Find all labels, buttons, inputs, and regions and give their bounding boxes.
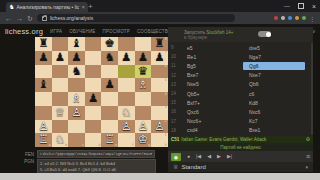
rank-coordinate: 5 xyxy=(165,79,167,83)
move-row: 18cxd4Bxe1 xyxy=(168,126,309,135)
square-a2[interactable]: ♙ xyxy=(35,120,52,134)
square-f7[interactable]: ♟ xyxy=(118,51,135,65)
browser-tab-strip: ♞ Анализировать партию • lichess × + — × xyxy=(0,0,320,12)
first-move-button[interactable]: |◀ xyxy=(196,154,201,159)
engine-label: Запустить Stockfish 14+ xyxy=(184,30,234,35)
piece-black-pawn: ♟ xyxy=(121,51,131,65)
page-bottom-strip xyxy=(0,173,320,180)
square-c5[interactable] xyxy=(68,78,85,92)
piece-black-bishop: ♝ xyxy=(71,37,81,51)
browser-toolbar: ← → ↻ lichess.org/analysis ⋮ xyxy=(0,12,320,24)
square-g8[interactable] xyxy=(135,37,152,51)
piece-white-pawn: ♙ xyxy=(121,120,131,134)
opening-name: Italian Game: Evans Gambit, Waller Attac… xyxy=(181,137,303,142)
square-f3[interactable]: ♘ xyxy=(118,106,135,120)
square-d8[interactable] xyxy=(85,37,102,51)
piece-white-queen: ♕ xyxy=(55,106,65,120)
square-g2[interactable]: ♙ xyxy=(135,120,152,134)
extension-icon[interactable] xyxy=(274,16,278,20)
pgn-label: PGN xyxy=(24,159,34,164)
piece-black-bishop: ♝ xyxy=(38,78,48,92)
rank-coordinate: 3 xyxy=(165,106,167,110)
move-number: 13 xyxy=(168,82,181,87)
square-d7[interactable] xyxy=(85,51,102,65)
nav-item-learn[interactable]: ОБУЧЕНИЕ xyxy=(69,29,95,34)
move-15-white[interactable]: Bxf7+ xyxy=(181,99,243,107)
prev-move-button[interactable]: ◀ xyxy=(207,154,211,159)
move-row: 12Bxe7Nxe7 xyxy=(168,71,309,80)
square-f8[interactable] xyxy=(118,37,135,51)
square-f1[interactable]: f xyxy=(118,133,135,147)
move-18-white[interactable]: cxd4 xyxy=(181,126,243,134)
square-f4[interactable] xyxy=(118,92,135,106)
square-h1[interactable]: 1h xyxy=(151,133,168,147)
back-button[interactable]: ← xyxy=(5,15,12,22)
tab-title: Анализировать партию • lichess xyxy=(16,4,79,10)
move-9-black[interactable]: dxe5 xyxy=(243,44,305,52)
move-number: 11 xyxy=(168,63,181,68)
variant-crown-icon: ♕ xyxy=(173,164,178,170)
fen-row: FEN xyxy=(24,150,155,158)
square-h5[interactable]: 5 xyxy=(151,78,168,92)
reload-button[interactable]: ↻ xyxy=(27,15,33,22)
profile-avatar[interactable] xyxy=(302,16,306,20)
square-b2[interactable] xyxy=(52,120,69,134)
move-17-white[interactable]: Nxc6+ xyxy=(181,117,243,125)
browser-menu-icon[interactable]: ⋮ xyxy=(309,15,315,22)
square-h4[interactable]: 4 xyxy=(151,92,168,106)
move-number: 15 xyxy=(168,100,181,105)
new-tab-button[interactable]: + xyxy=(88,2,93,12)
move-15-black[interactable]: Kd8 xyxy=(243,99,305,107)
piece-black-pawn: ♟ xyxy=(55,51,65,65)
move-number: 16 xyxy=(168,109,181,114)
move-number: 10 xyxy=(168,54,181,59)
move-number: 18 xyxy=(168,128,181,133)
variant-select[interactable]: ♕ Standard ▾ xyxy=(168,162,313,172)
square-a5[interactable]: ♝ xyxy=(35,78,52,92)
piece-black-knight: ♞ xyxy=(105,51,115,65)
engine-sublabel: в браузере xyxy=(184,35,234,40)
piece-white-pawn: ♙ xyxy=(38,120,48,134)
piece-white-pawn: ♙ xyxy=(71,106,81,120)
analysis-panel: Запустить Stockfish 14+ в браузере 9e5dx… xyxy=(168,27,313,172)
piece-white-knight: ♘ xyxy=(55,133,65,147)
move-13-black[interactable]: Qb6 xyxy=(243,80,305,88)
move-10-black[interactable]: Nge7 xyxy=(243,53,305,61)
move-row: 14Qb5+c6 xyxy=(168,89,309,98)
pgn-line: 5. c3 Ba5 6. d4 exd4 7. Qb3 Qf6 8. O-O d… xyxy=(40,167,153,173)
nav-item-watch[interactable]: ПРОСМОТР xyxy=(103,29,130,34)
square-e1[interactable]: ♖e xyxy=(101,133,118,147)
chevron-down-icon: ▾ xyxy=(305,164,308,170)
square-e6[interactable] xyxy=(101,65,118,79)
square-a1[interactable]: ♖a xyxy=(35,133,52,147)
move-11-white[interactable]: Bg5 xyxy=(181,62,243,70)
square-h8[interactable]: ♜8 xyxy=(151,37,168,51)
url-text: lichess.org/analysis xyxy=(50,15,93,21)
next-move-button[interactable]: ▶ xyxy=(217,154,221,159)
file-coordinate: g xyxy=(148,144,150,148)
rank-coordinate: 2 xyxy=(165,120,167,124)
square-a7[interactable]: ♟ xyxy=(35,51,52,65)
opening-eco: C51 xyxy=(171,137,179,142)
square-b4[interactable] xyxy=(52,92,69,106)
square-g5[interactable]: ♗ xyxy=(135,78,152,92)
record-icon[interactable]: ● xyxy=(187,154,190,159)
square-a4[interactable] xyxy=(35,92,52,106)
square-d3[interactable] xyxy=(85,106,102,120)
rank-coordinate: 7 xyxy=(165,51,167,55)
square-a3[interactable] xyxy=(35,106,52,120)
piece-black-pawn: ♟ xyxy=(88,92,98,106)
square-g1[interactable]: ♔g xyxy=(135,133,152,147)
move-17-black[interactable]: Kc7 xyxy=(243,117,305,125)
file-coordinate: h xyxy=(165,144,167,148)
file-coordinate: b xyxy=(65,144,67,148)
file-coordinate: e xyxy=(115,144,117,148)
piece-black-king: ♚ xyxy=(105,37,115,51)
square-b8[interactable] xyxy=(52,37,69,51)
move-row: 15Bxf7+Kd8 xyxy=(168,98,309,107)
move-12-white[interactable]: Bxe7 xyxy=(181,71,243,79)
square-b1[interactable]: ♘b xyxy=(52,133,69,147)
piece-black-pawn: ♟ xyxy=(38,51,48,65)
square-e3[interactable] xyxy=(101,106,118,120)
move-number: 9 xyxy=(168,45,181,50)
move-10-white[interactable]: Re1 xyxy=(181,53,243,61)
move-number: 14 xyxy=(168,91,181,96)
piece-white-knight: ♘ xyxy=(121,106,131,120)
piece-black-pawn: ♟ xyxy=(154,51,164,65)
square-c1[interactable]: c xyxy=(68,133,85,147)
square-h2[interactable]: ♙2 xyxy=(151,120,168,134)
square-c6[interactable]: ♞ xyxy=(68,65,85,79)
extension-icon[interactable] xyxy=(295,16,299,20)
engine-toggle[interactable] xyxy=(258,31,271,37)
variant-name: Standard xyxy=(181,164,302,170)
move-14-white[interactable]: Qb5+ xyxy=(181,90,243,98)
move-13-white[interactable]: Nxe5 xyxy=(181,80,243,88)
piece-white-rook: ♖ xyxy=(105,133,115,147)
window-close-button[interactable]: × xyxy=(312,3,316,10)
piece-white-king: ♔ xyxy=(138,133,148,147)
move-list: 9e5dxe510Re1Nge711Bg5Qg612Bxe7Nxe713Nxe5… xyxy=(168,43,309,135)
tab-close-icon[interactable]: × xyxy=(81,4,85,10)
square-g4[interactable] xyxy=(135,92,152,106)
analysis-controls: ◉ ● |◀ ◀ ▶ ▶| ≡ xyxy=(168,151,313,162)
engine-name: Stockfish 14+ xyxy=(206,30,233,35)
piece-black-queen: ♛ xyxy=(138,65,148,79)
address-bar[interactable]: lichess.org/analysis xyxy=(37,14,235,22)
square-d2[interactable] xyxy=(85,120,102,134)
practice-button[interactable]: ◉ xyxy=(171,153,181,161)
piece-black-pawn: ♟ xyxy=(71,51,81,65)
fen-input[interactable] xyxy=(37,150,155,158)
move-row: 17Nxc6+Kc7 xyxy=(168,117,309,126)
nav-item-play[interactable]: ИГРА xyxy=(50,29,62,34)
nav-item-community[interactable]: СООБЩЕСТВО xyxy=(137,29,172,34)
rank-coordinate: 1 xyxy=(165,134,167,138)
file-coordinate: a xyxy=(49,144,51,148)
square-a6[interactable] xyxy=(35,65,52,79)
extension-icon[interactable] xyxy=(288,16,292,20)
square-e4[interactable] xyxy=(101,92,118,106)
explorer-settings-gear-icon[interactable]: ⚙ xyxy=(306,137,310,142)
square-g6[interactable]: ♛ xyxy=(135,65,152,79)
last-move-button[interactable]: ▶| xyxy=(227,154,232,159)
piece-black-knight: ♞ xyxy=(71,65,81,79)
square-h3[interactable]: 3 xyxy=(151,106,168,120)
square-g3[interactable] xyxy=(135,106,152,120)
move-16-black[interactable]: Nxc6 xyxy=(243,108,305,116)
move-9-white[interactable]: e5 xyxy=(181,44,243,52)
move-11-black[interactable]: Qg6 xyxy=(243,62,305,70)
chess-board: ♜♝♚♜8♟♟♟♞♟♟♟7♞♛6♝♟♗5♗♟4♕♙♘3♙♙♙♙2♖a♘bcd♖e… xyxy=(35,37,168,147)
piece-white-pawn: ♙ xyxy=(154,120,164,134)
piece-white-bishop: ♗ xyxy=(71,92,81,106)
move-row: 13Nxe5Qb6 xyxy=(168,80,309,89)
square-e8[interactable]: ♚ xyxy=(101,37,118,51)
square-c7[interactable]: ♟ xyxy=(68,51,85,65)
opening-explorer: Партий не найдено xyxy=(168,143,313,151)
file-coordinate: d xyxy=(98,144,100,148)
move-list-scrollbar[interactable] xyxy=(311,43,313,135)
extension-icon[interactable] xyxy=(281,16,285,20)
square-h6[interactable]: 6 xyxy=(151,65,168,79)
window-minimize-button[interactable]: — xyxy=(284,3,290,9)
move-16-white[interactable]: Qxc6 xyxy=(181,108,243,116)
square-c2[interactable] xyxy=(68,120,85,134)
move-14-black[interactable]: c6 xyxy=(243,90,305,98)
square-b7[interactable]: ♟ xyxy=(52,51,69,65)
forward-button[interactable]: → xyxy=(16,15,23,22)
square-f6[interactable] xyxy=(118,65,135,79)
square-e5[interactable]: ♟ xyxy=(101,78,118,92)
padlock-icon xyxy=(42,16,47,21)
file-coordinate: c xyxy=(82,144,84,148)
move-number: 17 xyxy=(168,119,181,124)
move-12-black[interactable]: Nxe7 xyxy=(243,71,305,79)
analysis-menu-icon[interactable]: ≡ xyxy=(306,153,310,160)
piece-black-pawn: ♟ xyxy=(138,51,148,65)
square-c3[interactable]: ♙ xyxy=(68,106,85,120)
fen-label: FEN xyxy=(24,152,34,157)
square-e7[interactable]: ♞ xyxy=(101,51,118,65)
square-e2[interactable] xyxy=(101,120,118,134)
piece-white-rook: ♖ xyxy=(38,133,48,147)
lichess-favicon-icon: ♞ xyxy=(9,4,14,10)
square-d1[interactable]: d xyxy=(85,133,102,147)
square-c8[interactable]: ♝ xyxy=(68,37,85,51)
move-row: 16Qxc6Nxc6 xyxy=(168,107,309,116)
square-a8[interactable]: ♜ xyxy=(35,37,52,51)
window-maximize-button[interactable] xyxy=(298,3,304,9)
square-b5[interactable] xyxy=(52,78,69,92)
move-number: 12 xyxy=(168,73,181,78)
square-b3[interactable]: ♕ xyxy=(52,106,69,120)
piece-white-bishop: ♗ xyxy=(138,78,148,92)
file-coordinate: f xyxy=(133,144,134,148)
square-d4[interactable]: ♟ xyxy=(85,92,102,106)
square-f5[interactable] xyxy=(118,78,135,92)
move-row: 11Bg5Qg6 xyxy=(168,61,309,70)
piece-black-rook: ♜ xyxy=(38,37,48,51)
square-g7[interactable]: ♟ xyxy=(135,51,152,65)
lichess-logo[interactable]: lichess.org xyxy=(5,27,43,36)
piece-white-pawn: ♙ xyxy=(138,120,148,134)
move-row: 9e5dxe5 xyxy=(168,43,309,52)
engine-row: Запустить Stockfish 14+ в браузере xyxy=(168,27,313,42)
square-d5[interactable] xyxy=(85,78,102,92)
rank-coordinate: 8 xyxy=(165,38,167,42)
square-b6[interactable] xyxy=(52,65,69,79)
piece-black-rook: ♜ xyxy=(154,37,164,51)
square-d6[interactable] xyxy=(85,65,102,79)
move-18-black[interactable]: Bxe1 xyxy=(243,126,305,134)
rank-coordinate: 4 xyxy=(165,93,167,97)
square-f2[interactable]: ♙ xyxy=(118,120,135,134)
screen: ♞ Анализировать партию • lichess × + — ×… xyxy=(0,0,320,180)
square-c4[interactable]: ♗ xyxy=(68,92,85,106)
square-h7[interactable]: ♟7 xyxy=(151,51,168,65)
rank-coordinate: 6 xyxy=(165,65,167,69)
explorer-message: Партий не найдено xyxy=(220,145,260,150)
piece-black-pawn: ♟ xyxy=(105,78,115,92)
browser-tab[interactable]: ♞ Анализировать партию • lichess × xyxy=(6,2,88,12)
move-row: 10Re1Nge7 xyxy=(168,52,309,61)
opening-bar: C51 Italian Game: Evans Gambit, Waller A… xyxy=(168,136,313,143)
